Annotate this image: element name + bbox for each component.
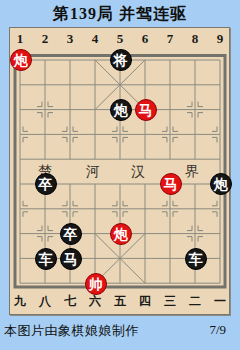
puzzle-title: 第139局 并驾连驱 — [0, 3, 240, 25]
credit-text: 本图片由象棋娘娘制作 — [4, 322, 139, 340]
piece-red-cannon[interactable]: 炮 — [10, 49, 32, 71]
file-label-top-8: 8 — [183, 31, 207, 47]
file-label-top-1: 1 — [8, 31, 32, 47]
piece-black-chariot[interactable]: 车 — [185, 248, 207, 270]
xiangqi-board: 123456789 九八七六五四三二一 楚河 汉界 炮将炮马卒马炮卒炮车马车帅 — [9, 27, 230, 315]
piece-red-horse[interactable]: 马 — [135, 99, 157, 121]
piece-black-horse[interactable]: 马 — [60, 248, 82, 270]
piece-red-general[interactable]: 帅 — [85, 273, 107, 295]
file-label-top-4: 4 — [83, 31, 107, 47]
piece-black-chariot[interactable]: 车 — [35, 248, 57, 270]
piece-black-soldier[interactable]: 卒 — [60, 223, 82, 245]
file-label-top-5: 5 — [108, 31, 132, 47]
file-label-top-6: 6 — [133, 31, 157, 47]
piece-black-general[interactable]: 将 — [110, 49, 132, 71]
file-label-top-9: 9 — [208, 31, 232, 47]
file-label-top-7: 7 — [158, 31, 182, 47]
piece-black-soldier[interactable]: 卒 — [35, 173, 57, 195]
piece-black-cannon[interactable]: 炮 — [110, 99, 132, 121]
piece-red-horse[interactable]: 马 — [160, 173, 182, 195]
file-label-top-2: 2 — [33, 31, 57, 47]
piece-black-cannon[interactable]: 炮 — [210, 173, 232, 195]
file-label-top-3: 3 — [58, 31, 82, 47]
piece-layer: 炮将炮马卒马炮卒炮车马车帅 — [8, 48, 233, 296]
piece-red-cannon[interactable]: 炮 — [110, 223, 132, 245]
page-indicator: 7/9 — [209, 322, 226, 338]
